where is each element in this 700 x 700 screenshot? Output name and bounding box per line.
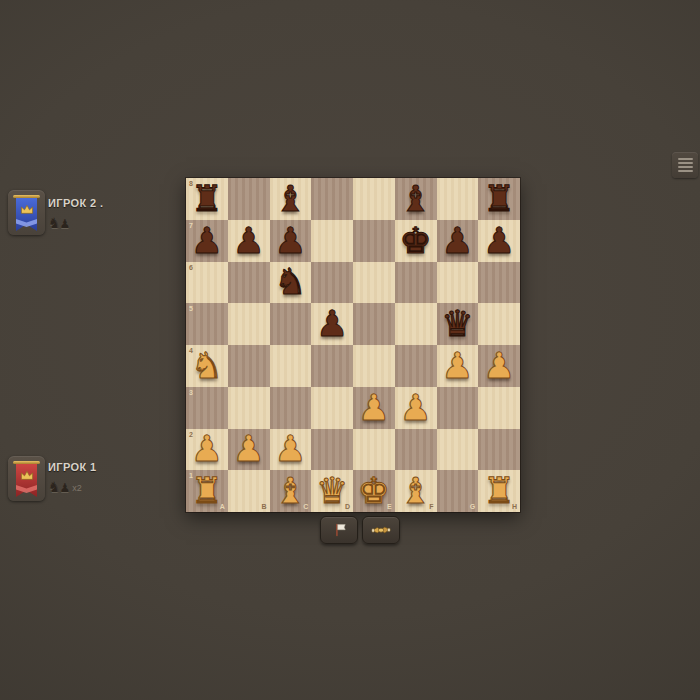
draw-button[interactable] bbox=[362, 516, 400, 544]
square-c8[interactable]: ♝ bbox=[270, 178, 312, 220]
square-g1[interactable]: G bbox=[437, 470, 479, 512]
square-c6[interactable]: ♞ bbox=[270, 262, 312, 304]
square-b3[interactable] bbox=[228, 387, 270, 429]
piece-white-knight[interactable]: ♞ bbox=[191, 348, 223, 384]
square-e6[interactable] bbox=[353, 262, 395, 304]
square-h2[interactable] bbox=[478, 429, 520, 471]
square-d1[interactable]: D♛ bbox=[311, 470, 353, 512]
piece-white-pawn[interactable]: ♟ bbox=[191, 431, 223, 467]
handshake-icon bbox=[370, 520, 392, 540]
piece-black-pawn[interactable]: ♟ bbox=[316, 306, 348, 342]
square-d8[interactable] bbox=[311, 178, 353, 220]
piece-black-rook[interactable]: ♜ bbox=[483, 181, 515, 217]
square-f8[interactable]: ♝ bbox=[395, 178, 437, 220]
square-e8[interactable] bbox=[353, 178, 395, 220]
square-a8[interactable]: 8♜ bbox=[186, 178, 228, 220]
square-d4[interactable] bbox=[311, 345, 353, 387]
piece-white-pawn[interactable]: ♟ bbox=[399, 390, 431, 426]
chess-board: 8♜♝♝♜7♟♟♟♚♟♟6♞5♟♛4♞♟♟3♟♟2♟♟♟1A♜BC♝D♛E♚F♝… bbox=[186, 178, 520, 512]
piece-white-queen[interactable]: ♛ bbox=[316, 473, 348, 509]
piece-white-bishop[interactable]: ♝ bbox=[274, 473, 306, 509]
square-e5[interactable] bbox=[353, 303, 395, 345]
square-e4[interactable] bbox=[353, 345, 395, 387]
piece-white-pawn[interactable]: ♟ bbox=[232, 431, 264, 467]
piece-white-bishop[interactable]: ♝ bbox=[399, 473, 431, 509]
player-badge-bottom bbox=[8, 456, 45, 501]
rank-label: 6 bbox=[189, 264, 193, 271]
piece-black-bishop[interactable]: ♝ bbox=[399, 181, 431, 217]
player-name-bottom: ИГРОК 1 bbox=[48, 461, 97, 473]
piece-black-rook[interactable]: ♜ bbox=[191, 181, 223, 217]
square-h5[interactable] bbox=[478, 303, 520, 345]
square-f3[interactable]: ♟ bbox=[395, 387, 437, 429]
square-c7[interactable]: ♟ bbox=[270, 220, 312, 262]
square-c2[interactable]: ♟ bbox=[270, 429, 312, 471]
square-d7[interactable] bbox=[311, 220, 353, 262]
square-g4[interactable]: ♟ bbox=[437, 345, 479, 387]
square-e3[interactable]: ♟ bbox=[353, 387, 395, 429]
red-crown-banner-icon bbox=[16, 461, 37, 497]
square-d2[interactable] bbox=[311, 429, 353, 471]
square-e2[interactable] bbox=[353, 429, 395, 471]
player-name-top: ИГРОК 2 . bbox=[48, 197, 104, 209]
square-a3[interactable]: 3 bbox=[186, 387, 228, 429]
rank-label: 5 bbox=[189, 305, 193, 312]
square-b8[interactable] bbox=[228, 178, 270, 220]
file-label: G bbox=[470, 503, 475, 510]
square-g8[interactable] bbox=[437, 178, 479, 220]
file-label: B bbox=[261, 503, 266, 510]
square-b2[interactable]: ♟ bbox=[228, 429, 270, 471]
square-f5[interactable] bbox=[395, 303, 437, 345]
piece-black-king[interactable]: ♚ bbox=[399, 223, 431, 259]
square-f2[interactable] bbox=[395, 429, 437, 471]
piece-white-rook[interactable]: ♜ bbox=[483, 473, 515, 509]
square-h7[interactable]: ♟ bbox=[478, 220, 520, 262]
square-a1[interactable]: 1A♜ bbox=[186, 470, 228, 512]
square-d5[interactable]: ♟ bbox=[311, 303, 353, 345]
piece-white-pawn[interactable]: ♟ bbox=[358, 390, 390, 426]
square-c1[interactable]: C♝ bbox=[270, 470, 312, 512]
square-g6[interactable] bbox=[437, 262, 479, 304]
captured-pieces-top: ♞♟ bbox=[48, 214, 70, 230]
square-b5[interactable] bbox=[228, 303, 270, 345]
square-f4[interactable] bbox=[395, 345, 437, 387]
piece-white-pawn[interactable]: ♟ bbox=[441, 348, 473, 384]
square-a5[interactable]: 5 bbox=[186, 303, 228, 345]
square-h3[interactable] bbox=[478, 387, 520, 429]
piece-white-king[interactable]: ♚ bbox=[358, 473, 390, 509]
resign-button[interactable] bbox=[320, 516, 358, 544]
piece-black-pawn[interactable]: ♟ bbox=[274, 223, 306, 259]
menu-button[interactable] bbox=[672, 152, 698, 178]
square-b6[interactable] bbox=[228, 262, 270, 304]
square-f6[interactable] bbox=[395, 262, 437, 304]
piece-white-pawn[interactable]: ♟ bbox=[483, 348, 515, 384]
rank-label: 3 bbox=[189, 389, 193, 396]
piece-black-pawn[interactable]: ♟ bbox=[483, 223, 515, 259]
square-e7[interactable] bbox=[353, 220, 395, 262]
captured-pawn-icon: ♟ bbox=[60, 482, 71, 494]
square-h8[interactable]: ♜ bbox=[478, 178, 520, 220]
piece-black-bishop[interactable]: ♝ bbox=[274, 181, 306, 217]
piece-black-pawn[interactable]: ♟ bbox=[441, 223, 473, 259]
player-badge-top bbox=[8, 190, 45, 235]
square-h4[interactable]: ♟ bbox=[478, 345, 520, 387]
piece-black-knight[interactable]: ♞ bbox=[274, 264, 306, 300]
crown-icon bbox=[20, 204, 34, 215]
piece-white-pawn[interactable]: ♟ bbox=[274, 431, 306, 467]
piece-black-pawn[interactable]: ♟ bbox=[191, 223, 223, 259]
square-b7[interactable]: ♟ bbox=[228, 220, 270, 262]
square-g7[interactable]: ♟ bbox=[437, 220, 479, 262]
square-g3[interactable] bbox=[437, 387, 479, 429]
square-g2[interactable] bbox=[437, 429, 479, 471]
blue-crown-banner-icon bbox=[16, 195, 37, 231]
square-a6[interactable]: 6 bbox=[186, 262, 228, 304]
square-f1[interactable]: F♝ bbox=[395, 470, 437, 512]
square-h1[interactable]: H♜ bbox=[478, 470, 520, 512]
captured-pieces-bottom: ♞♟x2 bbox=[48, 478, 82, 494]
square-h6[interactable] bbox=[478, 262, 520, 304]
square-c5[interactable] bbox=[270, 303, 312, 345]
square-f7[interactable]: ♚ bbox=[395, 220, 437, 262]
square-b4[interactable] bbox=[228, 345, 270, 387]
piece-black-pawn[interactable]: ♟ bbox=[232, 223, 264, 259]
captured-pawn-icon: ♟ bbox=[60, 218, 71, 230]
square-a2[interactable]: 2♟ bbox=[186, 429, 228, 471]
square-c3[interactable] bbox=[270, 387, 312, 429]
square-b1[interactable]: B bbox=[228, 470, 270, 512]
captured-count-label: x2 bbox=[72, 484, 82, 493]
flag-icon bbox=[329, 520, 349, 540]
square-d3[interactable] bbox=[311, 387, 353, 429]
square-e1[interactable]: E♚ bbox=[353, 470, 395, 512]
square-c4[interactable] bbox=[270, 345, 312, 387]
crown-icon bbox=[20, 470, 34, 481]
piece-white-rook[interactable]: ♜ bbox=[191, 473, 223, 509]
square-d6[interactable] bbox=[311, 262, 353, 304]
square-a4[interactable]: 4♞ bbox=[186, 345, 228, 387]
piece-black-queen[interactable]: ♛ bbox=[441, 306, 473, 342]
square-g5[interactable]: ♛ bbox=[437, 303, 479, 345]
square-a7[interactable]: 7♟ bbox=[186, 220, 228, 262]
